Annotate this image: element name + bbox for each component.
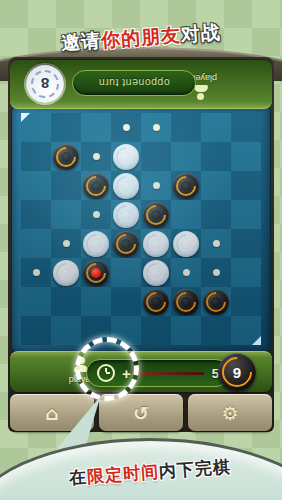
opponent-bar: player 2 opponent turn 8 xyxy=(10,60,272,109)
tutorial-text: 在限定时间内下完棋 xyxy=(0,449,282,497)
white-piece xyxy=(113,144,139,170)
board-cell[interactable] xyxy=(201,316,231,345)
board-cell[interactable] xyxy=(111,142,141,171)
board-cell[interactable] xyxy=(81,142,111,171)
turn-indicator-pill: opponent turn xyxy=(72,70,196,96)
board-cell[interactable] xyxy=(231,171,261,200)
board-cell[interactable] xyxy=(171,287,201,316)
black-piece xyxy=(83,173,109,199)
white-piece xyxy=(113,173,139,199)
banner-highlight: 你的朋友 xyxy=(100,24,181,51)
tutorial-highlight: 限定时间 xyxy=(86,462,159,486)
board-cell[interactable] xyxy=(21,229,51,258)
board-cell[interactable] xyxy=(201,171,231,200)
board-grid xyxy=(21,113,261,345)
board-cell[interactable] xyxy=(201,113,231,142)
board-cell[interactable] xyxy=(141,142,171,171)
white-piece xyxy=(113,202,139,228)
board-cell[interactable] xyxy=(171,142,201,171)
black-piece xyxy=(113,231,139,257)
board-cell[interactable] xyxy=(231,258,261,287)
board-cell[interactable] xyxy=(81,200,111,229)
board-cell[interactable] xyxy=(111,258,141,287)
white-piece xyxy=(53,260,79,286)
move-hint-dot[interactable] xyxy=(213,269,220,276)
white-piece xyxy=(83,231,109,257)
board-cell[interactable] xyxy=(111,200,141,229)
black-piece xyxy=(173,289,199,315)
board-cell[interactable] xyxy=(51,229,81,258)
reversi-board xyxy=(12,106,270,352)
board-cell[interactable] xyxy=(201,200,231,229)
board-cell[interactable] xyxy=(171,200,201,229)
board-cell[interactable] xyxy=(51,200,81,229)
gear-icon: ⚙ xyxy=(221,402,238,424)
board-cell[interactable] xyxy=(231,229,261,258)
black-count-disc: 9 xyxy=(218,353,256,391)
bottom-nav: ⌂ ↺ ⚙ xyxy=(10,394,272,431)
move-hint-dot[interactable] xyxy=(63,240,70,247)
board-cell[interactable] xyxy=(141,316,171,345)
move-hint-dot[interactable] xyxy=(213,240,220,247)
tutorial-speech-bubble: 在限定时间内下完棋 xyxy=(0,438,282,500)
banner-suffix: 对战 xyxy=(180,21,221,45)
board-cell[interactable] xyxy=(111,171,141,200)
tutorial-prefix: 在 xyxy=(69,467,88,487)
board-cell[interactable] xyxy=(51,316,81,345)
board-cell[interactable] xyxy=(81,171,111,200)
move-hint-dot[interactable] xyxy=(183,269,190,276)
player-bar: player + 5 9 xyxy=(10,351,272,392)
board-cell[interactable] xyxy=(201,229,231,258)
move-hint-dot[interactable] xyxy=(93,153,100,160)
board-cell[interactable] xyxy=(51,113,81,142)
board-cell[interactable] xyxy=(21,287,51,316)
board-cell[interactable] xyxy=(231,113,261,142)
board-cell[interactable] xyxy=(51,287,81,316)
move-hint-dot[interactable] xyxy=(153,182,160,189)
board-cell[interactable] xyxy=(171,258,201,287)
undo-icon: ↺ xyxy=(133,402,149,424)
board-cell[interactable] xyxy=(111,287,141,316)
board-cell[interactable] xyxy=(51,142,81,171)
tutorial-highlight-ring xyxy=(75,337,139,401)
app-screen: 邀请你的朋友对战 player 2 opponent turn 8 player… xyxy=(0,0,282,500)
board-cell[interactable] xyxy=(201,258,231,287)
board-cell[interactable] xyxy=(171,229,201,258)
board-cell[interactable] xyxy=(81,258,111,287)
black-piece xyxy=(143,289,169,315)
black-piece xyxy=(173,173,199,199)
player-icon xyxy=(193,85,209,100)
move-hint-dot[interactable] xyxy=(153,124,160,131)
black-piece xyxy=(143,202,169,228)
board-cell[interactable] xyxy=(81,113,111,142)
white-count: 8 xyxy=(41,76,49,93)
black-piece xyxy=(83,260,109,286)
board-cell[interactable] xyxy=(231,287,261,316)
black-piece xyxy=(53,144,79,170)
board-cell[interactable] xyxy=(171,171,201,200)
board-cell[interactable] xyxy=(141,287,171,316)
board-cell[interactable] xyxy=(111,113,141,142)
board-cell[interactable] xyxy=(51,171,81,200)
home-icon: ⌂ xyxy=(45,402,59,424)
board-cell[interactable] xyxy=(201,287,231,316)
board-cell[interactable] xyxy=(21,258,51,287)
board-cell[interactable] xyxy=(141,171,171,200)
board-cell[interactable] xyxy=(21,316,51,345)
white-count-disc: 8 xyxy=(26,65,64,103)
move-hint-dot[interactable] xyxy=(33,269,40,276)
settings-button[interactable]: ⚙ xyxy=(188,394,272,431)
white-piece xyxy=(143,260,169,286)
board-cell[interactable] xyxy=(231,200,261,229)
board-cell[interactable] xyxy=(171,113,201,142)
board-cell[interactable] xyxy=(21,142,51,171)
board-cell[interactable] xyxy=(141,200,171,229)
board-cell[interactable] xyxy=(231,142,261,171)
banner-prefix: 邀请 xyxy=(60,30,101,54)
board-cell[interactable] xyxy=(51,258,81,287)
board-cell[interactable] xyxy=(141,258,171,287)
board-cell[interactable] xyxy=(111,229,141,258)
turn-label: opponent turn xyxy=(98,77,169,89)
tutorial-suffix: 内下完棋 xyxy=(158,457,231,481)
move-hint-dot[interactable] xyxy=(123,124,130,131)
white-piece xyxy=(173,231,199,257)
move-hint-dot[interactable] xyxy=(93,211,100,218)
white-piece xyxy=(143,231,169,257)
board-cell[interactable] xyxy=(21,171,51,200)
board-cell[interactable] xyxy=(141,229,171,258)
black-piece xyxy=(203,289,229,315)
board-cell[interactable] xyxy=(141,113,171,142)
board-cell[interactable] xyxy=(21,200,51,229)
board-cell[interactable] xyxy=(81,287,111,316)
board-cell[interactable] xyxy=(81,229,111,258)
last-move-marker xyxy=(91,268,101,278)
board-cell[interactable] xyxy=(201,142,231,171)
timer-track xyxy=(131,372,204,375)
board-cell[interactable] xyxy=(171,316,201,345)
black-count: 9 xyxy=(233,364,241,381)
